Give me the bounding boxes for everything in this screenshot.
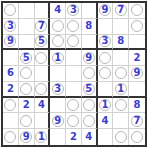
given-digit: 2 (134, 53, 141, 63)
cell-r8c2[interactable] (19, 113, 35, 129)
odd-circle-marker (83, 67, 95, 79)
cell-r8c3[interactable] (35, 113, 51, 129)
cell-r8c4[interactable]: 9 (50, 113, 66, 129)
given-digit: 9 (134, 68, 141, 78)
cell-r1c9[interactable] (129, 3, 145, 19)
cell-r6c2[interactable] (19, 82, 35, 98)
sudoku-board: 43973789538519269235124189479124 (1, 1, 147, 147)
cell-r9c3[interactable]: 1 (35, 129, 51, 145)
cell-r6c8[interactable]: 1 (113, 82, 129, 98)
given-digit: 2 (70, 132, 77, 142)
cell-r1c7[interactable]: 9 (98, 3, 114, 19)
cell-r6c9[interactable] (129, 82, 145, 98)
cell-r9c6[interactable]: 4 (82, 129, 98, 145)
given-digit: 1 (102, 100, 109, 110)
given-digit: 5 (23, 53, 30, 63)
given-digit: 9 (54, 116, 61, 126)
cell-r6c1[interactable]: 2 (3, 82, 19, 98)
cell-r5c1[interactable]: 6 (3, 66, 19, 82)
cell-r4c2[interactable]: 5 (19, 50, 35, 66)
given-digit: 7 (38, 21, 45, 31)
given-digit: 9 (7, 36, 14, 46)
cell-r3c8[interactable]: 8 (113, 35, 129, 51)
given-digit: 3 (54, 84, 61, 94)
cell-r4c1[interactable] (3, 50, 19, 66)
cell-r2c3[interactable]: 7 (35, 19, 51, 35)
cell-r7c4[interactable] (50, 98, 66, 114)
given-digit: 4 (85, 132, 92, 142)
odd-circle-marker (35, 83, 47, 95)
odd-circle-marker (115, 99, 127, 111)
odd-circle-marker (67, 115, 79, 127)
cell-r7c8[interactable] (113, 98, 129, 114)
given-digit: 3 (7, 21, 14, 31)
given-digit: 2 (23, 100, 30, 110)
given-digit: 4 (38, 100, 45, 110)
cell-r7c6[interactable] (82, 98, 98, 114)
cell-r2c7[interactable] (98, 19, 114, 35)
cell-r1c8[interactable]: 7 (113, 3, 129, 19)
given-digit: 7 (134, 116, 141, 126)
cell-r3c2[interactable] (19, 35, 35, 51)
odd-circle-marker (4, 131, 16, 143)
given-digit: 7 (117, 5, 124, 15)
cell-r1c6[interactable] (82, 3, 98, 19)
cell-r7c3[interactable]: 4 (35, 98, 51, 114)
cell-r3c4[interactable] (50, 35, 66, 51)
odd-circle-marker (115, 131, 127, 143)
odd-circle-marker (83, 99, 95, 111)
cell-r2c4[interactable] (50, 19, 66, 35)
given-digit: 8 (134, 100, 141, 110)
cell-r5c3[interactable] (35, 66, 51, 82)
odd-circle-marker (131, 131, 143, 143)
cell-r9c9[interactable] (129, 129, 145, 145)
cell-r6c3[interactable] (35, 82, 51, 98)
cell-r4c5[interactable] (66, 50, 82, 66)
cell-r5c9[interactable]: 9 (129, 66, 145, 82)
cell-r2c9[interactable] (129, 19, 145, 35)
odd-circle-marker (4, 4, 16, 16)
cell-r3c3[interactable]: 5 (35, 35, 51, 51)
cell-r8c6[interactable] (82, 113, 98, 129)
cell-r5c4[interactable] (50, 66, 66, 82)
given-digit: 9 (85, 53, 92, 63)
cell-r4c3[interactable] (35, 50, 51, 66)
given-digit: 1 (117, 84, 124, 94)
cell-r3c6[interactable] (82, 35, 98, 51)
given-digit: 9 (23, 132, 30, 142)
cell-r4c4[interactable]: 1 (50, 50, 66, 66)
cell-r9c4[interactable] (50, 129, 66, 145)
cell-r1c5[interactable]: 3 (66, 3, 82, 19)
cell-r5c7[interactable] (98, 66, 114, 82)
odd-circle-marker (67, 99, 79, 111)
cell-r8c9[interactable]: 7 (129, 113, 145, 129)
cell-r6c7[interactable] (98, 82, 114, 98)
cell-r8c5[interactable] (66, 113, 82, 129)
given-digit: 6 (7, 68, 14, 78)
given-digit: 5 (38, 36, 45, 46)
given-digit: 4 (54, 5, 61, 15)
given-digit: 1 (38, 132, 45, 142)
cell-r1c3[interactable] (35, 3, 51, 19)
cell-r5c5[interactable] (66, 66, 82, 82)
odd-circle-marker (99, 52, 111, 64)
odd-circle-marker (67, 20, 79, 32)
cell-r9c5[interactable]: 2 (66, 129, 82, 145)
odd-circle-marker (20, 67, 32, 79)
cell-r8c7[interactable]: 4 (98, 113, 114, 129)
cell-r2c2[interactable] (19, 19, 35, 35)
odd-circle-marker (35, 52, 47, 64)
given-digit: 5 (85, 84, 92, 94)
cell-r4c8[interactable] (113, 50, 129, 66)
given-digit: 4 (102, 116, 109, 126)
odd-circle-marker (131, 4, 143, 16)
cell-r4c6[interactable]: 9 (82, 50, 98, 66)
odd-circle-marker (20, 83, 32, 95)
cell-r5c6[interactable] (82, 66, 98, 82)
cell-r9c1[interactable] (3, 129, 19, 145)
odd-circle-marker (67, 35, 79, 47)
cell-r7c5[interactable] (66, 98, 82, 114)
cell-r8c1[interactable] (3, 113, 19, 129)
odd-circle-marker (131, 20, 143, 32)
odd-circle-marker (20, 115, 32, 127)
cell-r7c2[interactable]: 2 (19, 98, 35, 114)
cell-r9c2[interactable]: 9 (19, 129, 35, 145)
cell-r3c7[interactable]: 3 (98, 35, 114, 51)
odd-circle-marker (52, 35, 64, 47)
cell-r3c9[interactable] (129, 35, 145, 51)
cell-r7c7[interactable]: 1 (98, 98, 114, 114)
cell-r4c9[interactable]: 2 (129, 50, 145, 66)
cell-r2c6[interactable]: 8 (82, 19, 98, 35)
cell-r2c1[interactable]: 3 (3, 19, 19, 35)
cell-r5c2[interactable] (19, 66, 35, 82)
cell-r6c6[interactable]: 5 (82, 82, 98, 98)
given-digit: 2 (7, 84, 14, 94)
cell-r2c8[interactable] (113, 19, 129, 35)
cell-r9c8[interactable] (113, 129, 129, 145)
cell-r6c4[interactable]: 3 (50, 82, 66, 98)
odd-circle-marker (99, 67, 111, 79)
cell-r8c8[interactable] (113, 113, 129, 129)
cell-r3c1[interactable]: 9 (3, 35, 19, 51)
odd-circle-marker (83, 115, 95, 127)
cell-r1c2[interactable] (19, 3, 35, 19)
odd-circle-marker (4, 99, 16, 111)
odd-circle-marker (52, 20, 64, 32)
given-digit: 3 (102, 36, 109, 46)
cell-r1c1[interactable] (3, 3, 19, 19)
cell-r1c4[interactable]: 4 (50, 3, 66, 19)
cell-r3c5[interactable] (66, 35, 82, 51)
given-digit: 1 (54, 53, 61, 63)
given-digit: 8 (117, 36, 124, 46)
given-digit: 8 (85, 21, 92, 31)
given-digit: 3 (70, 5, 77, 15)
cell-r6c5[interactable] (66, 82, 82, 98)
cell-r7c1[interactable] (3, 98, 19, 114)
odd-circle-marker (115, 67, 127, 79)
cell-r9c7[interactable] (98, 129, 114, 145)
cell-r7c9[interactable]: 8 (129, 98, 145, 114)
cell-r2c5[interactable] (66, 19, 82, 35)
cell-r4c7[interactable] (98, 50, 114, 66)
cell-r5c8[interactable] (113, 66, 129, 82)
given-digit: 9 (102, 5, 109, 15)
